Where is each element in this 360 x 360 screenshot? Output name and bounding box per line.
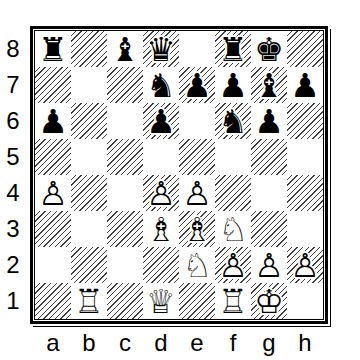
square-c4[interactable]: [107, 175, 143, 211]
chess-diagram: 8 7 6 5 4 3 2 1 ♜♝♛♜♚♞♟♟♝♟♟♟♞♟♟♙♟♙♟♙♝♗♝♗…: [0, 0, 360, 360]
piece-fill-glyph: ♜: [35, 31, 71, 67]
rank-label-6: 6: [0, 103, 26, 139]
square-f6[interactable]: ♞: [215, 103, 251, 139]
file-label-a: a: [35, 329, 71, 357]
square-e5[interactable]: [179, 139, 215, 175]
piece-outline-glyph: ♙: [143, 175, 179, 211]
square-h7[interactable]: ♟: [287, 67, 323, 103]
piece-white-king[interactable]: ♚♔: [251, 283, 287, 319]
square-a6[interactable]: ♟: [35, 103, 71, 139]
piece-fill-glyph: ♜: [215, 31, 251, 67]
rank-label-2: 2: [0, 247, 26, 283]
square-b5[interactable]: [71, 139, 107, 175]
square-d3[interactable]: ♝♗: [143, 211, 179, 247]
file-label-g: g: [251, 329, 287, 357]
piece-fill-glyph: ♟: [35, 103, 71, 139]
piece-outline-glyph: ♘: [179, 247, 215, 283]
square-b2[interactable]: [71, 247, 107, 283]
piece-white-bishop[interactable]: ♝♗: [179, 211, 215, 247]
square-e2[interactable]: ♞♘: [179, 247, 215, 283]
piece-black-bishop[interactable]: ♝: [107, 31, 143, 67]
piece-black-pawn[interactable]: ♟: [287, 67, 323, 103]
square-e7[interactable]: ♟: [179, 67, 215, 103]
piece-outline-glyph: ♘: [215, 211, 251, 247]
piece-outline-glyph: ♖: [215, 283, 251, 319]
square-e4[interactable]: ♟♙: [179, 175, 215, 211]
piece-white-bishop[interactable]: ♝♗: [143, 211, 179, 247]
square-f2[interactable]: ♟♙: [215, 247, 251, 283]
square-d1[interactable]: ♛♕: [143, 283, 179, 319]
square-e1[interactable]: [179, 283, 215, 319]
square-g6[interactable]: ♟: [251, 103, 287, 139]
piece-black-rook[interactable]: ♜: [35, 31, 71, 67]
piece-black-pawn[interactable]: ♟: [143, 103, 179, 139]
square-c7[interactable]: [107, 67, 143, 103]
square-g2[interactable]: ♟♙: [251, 247, 287, 283]
piece-white-pawn[interactable]: ♟♙: [251, 247, 287, 283]
piece-fill-glyph: ♟: [143, 103, 179, 139]
piece-outline-glyph: ♙: [179, 175, 215, 211]
piece-outline-glyph: ♕: [143, 283, 179, 319]
square-d6[interactable]: ♟: [143, 103, 179, 139]
square-c3[interactable]: [107, 211, 143, 247]
square-g8[interactable]: ♚: [251, 31, 287, 67]
piece-fill-glyph: ♟: [251, 103, 287, 139]
file-label-f: f: [215, 329, 251, 357]
piece-fill-glyph: ♟: [179, 67, 215, 103]
piece-white-pawn[interactable]: ♟♙: [215, 247, 251, 283]
square-d7[interactable]: ♞: [143, 67, 179, 103]
square-g4[interactable]: [251, 175, 287, 211]
square-f8[interactable]: ♜: [215, 31, 251, 67]
piece-white-rook[interactable]: ♜♖: [215, 283, 251, 319]
square-h8[interactable]: [287, 31, 323, 67]
square-e8[interactable]: [179, 31, 215, 67]
piece-white-queen[interactable]: ♛♕: [143, 283, 179, 319]
square-h5[interactable]: [287, 139, 323, 175]
square-c8[interactable]: ♝: [107, 31, 143, 67]
square-g1[interactable]: ♚♔: [251, 283, 287, 319]
piece-black-pawn[interactable]: ♟: [251, 103, 287, 139]
square-a8[interactable]: ♜: [35, 31, 71, 67]
piece-outline-glyph: ♗: [143, 211, 179, 247]
piece-black-rook[interactable]: ♜: [215, 31, 251, 67]
board-inner-frame: ♜♝♛♜♚♞♟♟♝♟♟♟♞♟♟♙♟♙♟♙♝♗♝♗♞♘♞♘♟♙♟♙♟♙♜♖♛♕♜♖…: [34, 30, 324, 320]
piece-outline-glyph: ♙: [35, 175, 71, 211]
piece-outline-glyph: ♖: [71, 283, 107, 319]
file-label-h: h: [287, 329, 323, 357]
square-g3[interactable]: [251, 211, 287, 247]
file-label-b: b: [71, 329, 107, 357]
rank-label-7: 7: [0, 67, 26, 103]
square-a3[interactable]: [35, 211, 71, 247]
piece-black-knight[interactable]: ♞: [143, 67, 179, 103]
square-d2[interactable]: [143, 247, 179, 283]
square-c6[interactable]: [107, 103, 143, 139]
rank-label-5: 5: [0, 139, 26, 175]
square-a5[interactable]: [35, 139, 71, 175]
piece-white-rook[interactable]: ♜♖: [71, 283, 107, 319]
square-b3[interactable]: [71, 211, 107, 247]
piece-black-knight[interactable]: ♞: [215, 103, 251, 139]
piece-black-bishop[interactable]: ♝: [251, 67, 287, 103]
square-h2[interactable]: ♟♙: [287, 247, 323, 283]
rank-label-3: 3: [0, 211, 26, 247]
square-d8[interactable]: ♛: [143, 31, 179, 67]
piece-black-queen[interactable]: ♛: [143, 31, 179, 67]
file-label-d: d: [143, 329, 179, 357]
square-f3[interactable]: ♞♘: [215, 211, 251, 247]
square-c2[interactable]: [107, 247, 143, 283]
square-a7[interactable]: [35, 67, 71, 103]
piece-white-pawn[interactable]: ♟♙: [143, 175, 179, 211]
piece-fill-glyph: ♞: [215, 103, 251, 139]
piece-outline-glyph: ♙: [251, 247, 287, 283]
square-d5[interactable]: [143, 139, 179, 175]
square-e6[interactable]: [179, 103, 215, 139]
square-h6[interactable]: [287, 103, 323, 139]
square-a2[interactable]: [35, 247, 71, 283]
piece-outline-glyph: ♙: [287, 247, 323, 283]
piece-black-pawn[interactable]: ♟: [35, 103, 71, 139]
piece-black-pawn[interactable]: ♟: [215, 67, 251, 103]
chess-board: ♜♝♛♜♚♞♟♟♝♟♟♟♞♟♟♙♟♙♟♙♝♗♝♗♞♘♞♘♟♙♟♙♟♙♜♖♛♕♜♖…: [35, 31, 323, 319]
square-c5[interactable]: [107, 139, 143, 175]
square-a4[interactable]: ♟♙: [35, 175, 71, 211]
square-b8[interactable]: [71, 31, 107, 67]
square-h4[interactable]: [287, 175, 323, 211]
square-a1[interactable]: [35, 283, 71, 319]
rank-label-4: 4: [0, 175, 26, 211]
piece-outline-glyph: ♔: [251, 283, 287, 319]
square-f5[interactable]: [215, 139, 251, 175]
square-b6[interactable]: [71, 103, 107, 139]
piece-black-king[interactable]: ♚: [251, 31, 287, 67]
rank-label-8: 8: [0, 31, 26, 67]
square-d4[interactable]: ♟♙: [143, 175, 179, 211]
square-g5[interactable]: [251, 139, 287, 175]
piece-white-pawn[interactable]: ♟♙: [179, 175, 215, 211]
file-label-c: c: [107, 329, 143, 357]
rank-labels: 8 7 6 5 4 3 2 1: [0, 31, 26, 319]
square-f1[interactable]: ♜♖: [215, 283, 251, 319]
piece-white-pawn[interactable]: ♟♙: [35, 175, 71, 211]
piece-fill-glyph: ♝: [107, 31, 143, 67]
piece-outline-glyph: ♗: [179, 211, 215, 247]
square-b7[interactable]: [71, 67, 107, 103]
piece-fill-glyph: ♟: [215, 67, 251, 103]
square-f7[interactable]: ♟: [215, 67, 251, 103]
square-g7[interactable]: ♝: [251, 67, 287, 103]
square-f4[interactable]: [215, 175, 251, 211]
piece-white-pawn[interactable]: ♟♙: [287, 247, 323, 283]
piece-fill-glyph: ♟: [287, 67, 323, 103]
square-e3[interactable]: ♝♗: [179, 211, 215, 247]
piece-outline-glyph: ♙: [215, 247, 251, 283]
piece-fill-glyph: ♛: [143, 31, 179, 67]
piece-black-pawn[interactable]: ♟: [179, 67, 215, 103]
square-h3[interactable]: [287, 211, 323, 247]
square-b4[interactable]: [71, 175, 107, 211]
board-frame: ♜♝♛♜♚♞♟♟♝♟♟♟♞♟♟♙♟♙♟♙♝♗♝♗♞♘♞♘♟♙♟♙♟♙♜♖♛♕♜♖…: [30, 26, 328, 324]
piece-fill-glyph: ♚: [251, 31, 287, 67]
square-b1[interactable]: ♜♖: [71, 283, 107, 319]
piece-white-knight[interactable]: ♞♘: [215, 211, 251, 247]
file-label-e: e: [179, 329, 215, 357]
square-c1[interactable]: [107, 283, 143, 319]
piece-white-knight[interactable]: ♞♘: [179, 247, 215, 283]
square-h1[interactable]: [287, 283, 323, 319]
piece-fill-glyph: ♝: [251, 67, 287, 103]
piece-fill-glyph: ♞: [143, 67, 179, 103]
rank-label-1: 1: [0, 283, 26, 319]
file-labels: a b c d e f g h: [35, 329, 323, 357]
